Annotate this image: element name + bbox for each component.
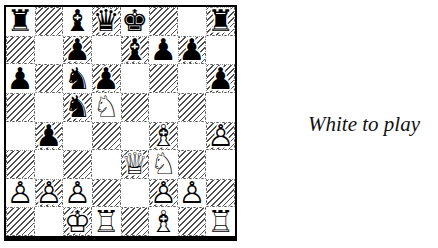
square-f5 [149,93,178,122]
square-e2 [121,179,150,208]
square-h4: ♟♙ [206,122,235,151]
square-a1 [6,207,35,236]
square-c6: ♞♞ [63,64,92,93]
white-pawn: ♟♙ [150,180,177,207]
black-pawn: ♟♟ [6,64,35,93]
square-f3: ♞♘ [149,150,178,179]
square-a7 [6,36,35,65]
square-e6 [121,64,150,93]
square-d3 [92,150,121,179]
white-pawn: ♟♙ [6,179,35,208]
black-pawn: ♟♟ [36,123,63,150]
square-f7: ♟♟ [149,36,178,65]
square-a5 [6,93,35,122]
white-pawn: ♟♙ [178,179,207,208]
black-pawn: ♟♟ [93,65,120,92]
white-bishop: ♝♗ [149,207,178,236]
black-king: ♚♚ [121,7,150,36]
white-rook: ♜♖ [206,207,235,236]
square-e7: ♝♝ [121,36,150,65]
black-bishop: ♝♝ [122,37,149,64]
black-bishop: ♝♝ [63,7,92,36]
white-knight: ♞♘ [149,150,178,179]
black-pawn: ♟♟ [179,37,206,64]
black-knight: ♞♞ [64,94,91,121]
square-h2 [206,179,235,208]
square-e1 [121,207,150,236]
square-f1: ♝♗ [149,207,178,236]
chess-board-frame: ♜♜♝♝♛♛♚♚♜♜♟♟♝♝♟♟♟♟♟♟♞♞♟♟♟♟♞♞♞♘♟♟♝♗♟♙♛♕♞♘… [4,5,237,241]
square-e8: ♚♚ [121,7,150,36]
square-e3: ♛♕ [121,150,150,179]
square-h8: ♜♜ [206,7,235,36]
diagram-page: ♜♜♝♝♛♛♚♚♜♜♟♟♝♝♟♟♟♟♟♟♞♞♟♟♟♟♞♞♞♘♟♟♝♗♟♙♛♕♞♘… [0,0,438,248]
square-a8: ♜♜ [6,7,35,36]
black-queen: ♛♛ [93,8,120,35]
black-pawn: ♟♟ [149,36,178,65]
square-e5 [121,93,150,122]
white-pawn: ♟♙ [63,179,92,208]
square-f6 [149,64,178,93]
square-e4 [121,122,150,151]
square-c8: ♝♝ [63,7,92,36]
side-to-move-caption: White to play [308,112,438,137]
square-g6 [178,64,207,93]
square-d1: ♜♖ [92,207,121,236]
square-h7 [206,36,235,65]
square-g3 [178,150,207,179]
white-queen: ♛♕ [122,151,149,178]
black-pawn: ♟♟ [64,37,91,64]
square-g5 [178,93,207,122]
square-c1: ♚♔ [63,207,92,236]
square-d8: ♛♛ [92,7,121,36]
square-d2 [92,179,121,208]
chess-board: ♜♜♝♝♛♛♚♚♜♜♟♟♝♝♟♟♟♟♟♟♞♞♟♟♟♟♞♞♞♘♟♟♝♗♟♙♛♕♞♘… [6,7,235,236]
white-knight: ♞♘ [92,93,121,122]
square-d4 [92,122,121,151]
white-bishop: ♝♗ [150,123,177,150]
square-b3 [35,150,64,179]
square-d5: ♞♘ [92,93,121,122]
square-h1: ♜♖ [206,207,235,236]
black-rook: ♜♜ [207,8,234,35]
square-a4 [6,122,35,151]
white-pawn: ♟♙ [36,180,63,207]
square-f8 [149,7,178,36]
square-h5 [206,93,235,122]
square-a2: ♟♙ [6,179,35,208]
white-pawn: ♟♙ [207,123,234,150]
square-g7: ♟♟ [178,36,207,65]
white-king: ♚♔ [64,208,91,235]
square-a6: ♟♟ [6,64,35,93]
square-g1 [178,207,207,236]
square-c7: ♟♟ [63,36,92,65]
square-f4: ♝♗ [149,122,178,151]
black-pawn: ♟♟ [207,65,234,92]
square-c5: ♞♞ [63,93,92,122]
square-b1 [35,207,64,236]
square-g2: ♟♙ [178,179,207,208]
square-d6: ♟♟ [92,64,121,93]
black-knight: ♞♞ [63,64,92,93]
square-h6: ♟♟ [206,64,235,93]
square-a3 [6,150,35,179]
square-b7 [35,36,64,65]
square-c2: ♟♙ [63,179,92,208]
square-d7 [92,36,121,65]
square-b5 [35,93,64,122]
white-rook: ♜♖ [92,207,121,236]
square-b4: ♟♟ [35,122,64,151]
square-b6 [35,64,64,93]
square-f2: ♟♙ [149,179,178,208]
black-rook: ♜♜ [6,7,35,36]
square-g4 [178,122,207,151]
square-c4 [63,122,92,151]
square-g8 [178,7,207,36]
square-b2: ♟♙ [35,179,64,208]
square-c3 [63,150,92,179]
square-b8 [35,7,64,36]
square-h3 [206,150,235,179]
